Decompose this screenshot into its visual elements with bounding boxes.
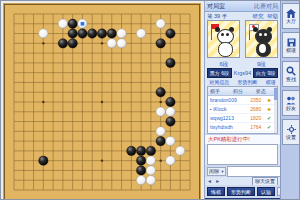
black-stone: [68, 39, 77, 48]
user-score: 1820: [246, 114, 262, 122]
tool-label: 好友: [286, 106, 296, 111]
room-title: 对局室: [207, 1, 225, 11]
user-score: 2680: [246, 105, 262, 113]
user-row[interactable]: ▪ iKlock2680☻: [208, 105, 277, 114]
panel-footer: [205, 198, 280, 200]
go-board[interactable]: [4, 4, 200, 200]
study-link[interactable]: 研究: [252, 13, 263, 19]
white-stone: [156, 127, 165, 136]
move-count: 第 39 手: [207, 12, 227, 20]
game-id: Krgs94: [234, 70, 251, 76]
player-ranks: 6段 9段: [205, 60, 280, 68]
star-point: [42, 42, 44, 44]
search-icon: [286, 66, 296, 76]
white-stone: [146, 176, 155, 185]
white-name-box: 白方 9段: [253, 68, 278, 78]
star-point: [159, 159, 161, 161]
white-stone: [156, 19, 165, 28]
info-links: 研究 帮助: [250, 12, 278, 20]
search-button[interactable]: 查找: [282, 61, 301, 87]
black-stone: [97, 29, 106, 38]
white-panda-mascot: [208, 21, 239, 57]
black-stone: [136, 166, 145, 175]
board-svg: [5, 5, 199, 199]
white-stone: [136, 29, 145, 38]
player-avatars: [205, 20, 280, 60]
chat-input-row: 闲聊 ▼ ☺ A: [205, 165, 280, 177]
white-rank: 9段: [257, 60, 266, 68]
black-stone: [146, 146, 155, 155]
black-rank: 6段: [219, 60, 228, 68]
user-row[interactable]: ttsyhdtsdh1764✔: [208, 123, 277, 132]
black-penguin-mascot: [246, 21, 277, 57]
white-stone: [146, 166, 155, 175]
black-stone: [136, 156, 145, 165]
user-score: 1682: [246, 132, 262, 134]
chevron-down-icon: ▼: [220, 169, 224, 174]
record-button[interactable]: 棋谱: [282, 32, 301, 58]
bottom-button-0[interactable]: 悔棋: [207, 187, 225, 196]
chat-channel-select[interactable]: 闲聊 ▼: [207, 167, 226, 176]
user-row[interactable]: wqwg12131820✔: [208, 114, 277, 123]
white-stone: [166, 136, 175, 145]
record-icon: [287, 38, 296, 47]
white-stone: [117, 29, 126, 38]
user-score: 1764: [246, 123, 262, 131]
white-stone: [107, 39, 116, 48]
black-stone: [156, 136, 165, 145]
user-name: wqwg1213: [208, 114, 246, 122]
user-list-scrollbar[interactable]: [274, 87, 277, 133]
player-name-bar: 黑方 6段 Krgs94 白方 9段: [205, 68, 280, 78]
chat-message-area: [207, 144, 278, 165]
black-stone: [156, 88, 165, 97]
white-stone: [39, 29, 48, 38]
white-stone: [58, 19, 67, 28]
user-name: ▪ iKlock: [208, 105, 246, 113]
white-stone: [117, 39, 126, 48]
black-stone: [68, 19, 77, 28]
side-panel: 对局室 比赛对局 第 39 手 研究 帮助: [204, 1, 280, 200]
bottom-button-1[interactable]: 形势判断: [227, 187, 255, 196]
tool-label: 设置: [286, 135, 296, 140]
room-subtitle: 比赛对局: [254, 1, 278, 11]
black-stone: [68, 29, 77, 38]
panel-link-0[interactable]: 对局信息: [209, 78, 229, 86]
black-stone: [88, 29, 97, 38]
user-row[interactable]: brandon0092350☻: [208, 96, 277, 105]
settings-icon: [287, 125, 296, 134]
pager-arrows[interactable]: ◄ ►: [207, 178, 221, 184]
user-name: brandon009: [208, 96, 246, 104]
black-stone: [127, 146, 136, 155]
home-icon: [286, 9, 296, 18]
white-stone: [176, 146, 185, 155]
star-point: [42, 101, 44, 103]
settings-button[interactable]: 设置: [282, 119, 301, 145]
white-stone: [166, 156, 175, 165]
black-stone: [39, 156, 48, 165]
white-stone: [166, 107, 175, 116]
right-toolbar: 大厅棋谱查找好友设置: [280, 1, 300, 200]
board-pane: [1, 1, 204, 200]
game-info-row: 第 39 手 研究 帮助: [205, 12, 280, 20]
black-stone: [166, 58, 175, 67]
panel-title-bar: 对局室 比赛对局: [205, 1, 280, 12]
user-score: 2350: [246, 96, 262, 104]
black-stone: [156, 39, 165, 48]
chat-pager-row: ◄ ► 聊天设置: [205, 177, 280, 185]
tool-label: 查找: [286, 77, 296, 82]
user-name: zhanme_218012: [208, 132, 246, 134]
star-point: [101, 101, 103, 103]
user-row[interactable]: zhanme_2180121682✔: [208, 132, 277, 134]
black-stone: [166, 117, 175, 126]
panel-link-2[interactable]: 棋谱: [266, 78, 276, 86]
star-point: [159, 101, 161, 103]
black-stone: [166, 97, 175, 106]
white-stone: [156, 107, 165, 116]
list-header-cell: 棋手: [208, 87, 231, 95]
black-stone: [166, 29, 175, 38]
black-stone: [78, 29, 87, 38]
white-stone: [146, 156, 155, 165]
user-list-header: 棋手积分状态: [208, 87, 277, 96]
black-player-avatar[interactable]: [207, 20, 240, 58]
tool-label: 大厅: [286, 19, 296, 24]
user-name: ttsyhdtsdh: [208, 123, 246, 131]
friends-button[interactable]: 好友: [282, 90, 301, 116]
friends-icon: [286, 96, 296, 105]
tool-label: 棋谱: [286, 48, 296, 53]
star-point: [101, 42, 103, 44]
bottom-button-row: 悔棋形势判断认输退出: [205, 185, 280, 198]
scrollbar-thumb[interactable]: [274, 88, 277, 100]
white-player-avatar[interactable]: [245, 20, 278, 58]
panel-link-1[interactable]: 形势判断: [237, 78, 257, 86]
black-name-box: 黑方 6段: [207, 68, 232, 78]
black-stone: [107, 29, 116, 38]
list-header-cell: 积分: [231, 87, 254, 95]
home-button[interactable]: 大厅: [282, 3, 301, 29]
star-point: [101, 159, 103, 161]
black-stone: [58, 39, 67, 48]
white-stone: [136, 176, 145, 185]
user-list: 棋手积分状态 brandon0092350☻▪ iKlock2680☻wqwg1…: [207, 86, 278, 134]
bottom-button-2[interactable]: 认输: [257, 187, 275, 196]
announcement-text: 大PK精彩进行中!: [205, 134, 280, 144]
black-stone: [136, 146, 145, 155]
help-link[interactable]: 帮助: [267, 13, 278, 19]
action-links-row: 对局信息形势判断棋谱: [205, 78, 280, 86]
go-client-window: 对局室 比赛对局 第 39 手 研究 帮助: [0, 0, 300, 200]
last-move-marker: [81, 22, 85, 26]
